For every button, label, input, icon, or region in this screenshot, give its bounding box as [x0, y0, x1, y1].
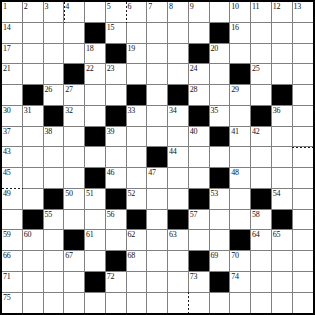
cell-r11c15[interactable] [293, 210, 314, 231]
cell-r11c8[interactable] [147, 210, 168, 231]
black-cell-r9c5 [85, 168, 106, 189]
cell-r15c8[interactable] [147, 293, 168, 314]
cell-r2c4[interactable] [64, 23, 85, 44]
cell-r2c2[interactable] [23, 23, 44, 44]
cell-r2c13[interactable] [251, 23, 272, 44]
cell-r9c2[interactable] [23, 168, 44, 189]
cell-r2c6[interactable]: 15 [106, 23, 127, 44]
clue-number: 15 [107, 23, 114, 32]
cell-r15c5[interactable] [85, 293, 106, 314]
cell-r10c5[interactable]: 51 [85, 189, 106, 210]
cell-r6c2[interactable]: 31 [23, 106, 44, 127]
cell-r7c4[interactable] [64, 127, 85, 148]
cell-r13c2[interactable] [23, 251, 44, 272]
black-cell-r14c11 [210, 272, 231, 293]
cell-r2c9[interactable] [168, 23, 189, 44]
clue-number: 42 [252, 127, 259, 136]
clue-number: 16 [231, 23, 238, 32]
cell-r3c8[interactable] [147, 44, 168, 65]
clue-number: 62 [128, 230, 135, 239]
clue-number: 71 [3, 272, 10, 281]
cell-r7c14[interactable] [272, 127, 293, 148]
black-cell-r10c13 [251, 189, 272, 210]
cell-r2c1[interactable]: 14 [2, 23, 23, 44]
cell-r11c6[interactable]: 56 [106, 210, 127, 231]
cell-r1c7[interactable]: 6 [127, 2, 148, 23]
clue-number: 13 [294, 2, 301, 11]
cell-r4c9[interactable] [168, 64, 189, 85]
clue-number: 10 [231, 2, 238, 11]
cell-r15c2[interactable] [23, 293, 44, 314]
clue-number: 8 [169, 2, 173, 11]
cell-r9c9[interactable] [168, 168, 189, 189]
cell-r12c9[interactable]: 63 [168, 230, 189, 251]
cell-r7c9[interactable] [168, 127, 189, 148]
cell-r7c13[interactable]: 42 [251, 127, 272, 148]
cell-r11c3[interactable]: 55 [44, 210, 65, 231]
cell-r4c6[interactable]: 23 [106, 64, 127, 85]
cell-r7c15[interactable] [293, 127, 314, 148]
cell-r6c1[interactable]: 30 [2, 106, 23, 127]
cell-r3c14[interactable] [272, 44, 293, 65]
cell-r11c5[interactable] [85, 210, 106, 231]
cell-r11c1[interactable] [2, 210, 23, 231]
clue-number: 32 [65, 106, 72, 115]
cell-r14c9[interactable] [168, 272, 189, 293]
cell-r3c12[interactable] [230, 44, 251, 65]
cell-r1c15[interactable]: 13 [293, 2, 314, 23]
cell-r6c4[interactable]: 32 [64, 106, 85, 127]
clue-number: 3 [45, 2, 49, 11]
cell-r14c4[interactable] [64, 272, 85, 293]
cell-r6c7[interactable]: 33 [127, 106, 148, 127]
clue-number: 50 [65, 189, 72, 198]
clue-number: 39 [107, 127, 114, 136]
cell-r2c14[interactable] [272, 23, 293, 44]
cell-r10c11[interactable]: 53 [210, 189, 231, 210]
clue-number: 33 [128, 106, 135, 115]
cell-r5c15[interactable] [293, 85, 314, 106]
black-cell-r2c11 [210, 23, 231, 44]
clue-number: 30 [3, 106, 10, 115]
cell-r5c6[interactable] [106, 85, 127, 106]
black-cell-r10c10 [189, 189, 210, 210]
cell-r4c2[interactable] [23, 64, 44, 85]
cell-r12c8[interactable] [147, 230, 168, 251]
cell-r2c12[interactable]: 16 [230, 23, 251, 44]
cell-r14c10[interactable]: 73 [189, 272, 210, 293]
cell-r14c1[interactable]: 71 [2, 272, 23, 293]
cell-r3c15[interactable] [293, 44, 314, 65]
cell-r1c11[interactable] [210, 2, 231, 23]
clue-number: 52 [128, 189, 135, 198]
cell-r1c12[interactable]: 10 [230, 2, 251, 23]
cell-r12c1[interactable]: 59 [2, 230, 23, 251]
cell-r13c14[interactable] [272, 251, 293, 272]
clue-number: 73 [190, 272, 197, 281]
cell-r1c9[interactable]: 8 [168, 2, 189, 23]
cell-r14c7[interactable] [127, 272, 148, 293]
cell-r4c5[interactable]: 22 [85, 64, 106, 85]
cell-r1c10[interactable]: 9 [189, 2, 210, 23]
cell-r1c5[interactable] [85, 2, 106, 23]
black-cell-r5c2 [23, 85, 44, 106]
cell-r10c4[interactable]: 50 [64, 189, 85, 210]
clue-number: 63 [169, 230, 176, 239]
cell-r12c6[interactable] [106, 230, 127, 251]
cell-r14c15[interactable] [293, 272, 314, 293]
black-cell-r12c12 [230, 230, 251, 251]
black-cell-r4c12 [230, 64, 251, 85]
cell-r7c1[interactable]: 37 [2, 127, 23, 148]
cell-r7c6[interactable]: 39 [106, 127, 127, 148]
clue-number: 31 [24, 106, 31, 115]
crossword-puzzle-page: 1234567891011121314151617181920212223242… [0, 0, 315, 315]
cell-r13c7[interactable]: 68 [127, 251, 148, 272]
cell-r5c12[interactable]: 29 [230, 85, 251, 106]
cell-r11c10[interactable]: 57 [189, 210, 210, 231]
cell-r8c5[interactable] [85, 147, 106, 168]
clue-number: 44 [169, 147, 176, 156]
cell-r10c12[interactable] [230, 189, 251, 210]
cell-r15c12[interactable] [230, 293, 251, 314]
cell-r14c2[interactable] [23, 272, 44, 293]
cell-r14c12[interactable]: 74 [230, 272, 251, 293]
clue-number: 2 [24, 2, 28, 11]
cell-r8c2[interactable] [23, 147, 44, 168]
black-cell-r3c6 [106, 44, 127, 65]
clue-number: 70 [231, 251, 238, 260]
cell-r10c9[interactable] [168, 189, 189, 210]
cell-r9c12[interactable]: 48 [230, 168, 251, 189]
cell-r12c7[interactable]: 62 [127, 230, 148, 251]
clue-number: 22 [86, 64, 93, 73]
clue-number: 5 [107, 2, 111, 11]
cell-r15c3[interactable] [44, 293, 65, 314]
cell-r8c12[interactable] [230, 147, 251, 168]
cell-r8c11[interactable] [210, 147, 231, 168]
clue-number: 25 [252, 64, 259, 73]
cell-r13c11[interactable]: 69 [210, 251, 231, 272]
cell-r4c10[interactable]: 24 [189, 64, 210, 85]
clue-number: 64 [252, 230, 259, 239]
black-cell-r5c9 [168, 85, 189, 106]
cell-r8c9[interactable]: 44 [168, 147, 189, 168]
cell-r13c5[interactable] [85, 251, 106, 272]
clue-number: 1 [3, 2, 7, 11]
clue-number: 58 [252, 210, 259, 219]
cell-r3c2[interactable] [23, 44, 44, 65]
cell-r9c15[interactable] [293, 168, 314, 189]
clue-number: 59 [3, 230, 10, 239]
cell-r4c3[interactable] [44, 64, 65, 85]
clue-number: 67 [65, 251, 72, 260]
cell-r2c8[interactable] [147, 23, 168, 44]
clue-number: 14 [3, 23, 10, 32]
clue-number: 51 [86, 189, 93, 198]
cell-r11c13[interactable]: 58 [251, 210, 272, 231]
dotted-border-mark-h2 [2, 188, 23, 189]
clue-number: 29 [231, 85, 238, 94]
cell-r3c13[interactable] [251, 44, 272, 65]
cell-r1c2[interactable]: 2 [23, 2, 44, 23]
clue-number: 56 [107, 210, 114, 219]
black-cell-r12c4 [64, 230, 85, 251]
cell-r8c4[interactable] [64, 147, 85, 168]
crossword-board: 1234567891011121314151617181920212223242… [0, 0, 315, 315]
clue-number: 57 [190, 210, 197, 219]
cell-r8c13[interactable] [251, 147, 272, 168]
cell-r8c3[interactable] [44, 147, 65, 168]
cell-r10c7[interactable]: 52 [127, 189, 148, 210]
cell-r12c14[interactable]: 65 [272, 230, 293, 251]
clue-number: 19 [128, 44, 135, 53]
cell-r6c11[interactable]: 35 [210, 106, 231, 127]
cell-r8c1[interactable]: 43 [2, 147, 23, 168]
cell-r15c13[interactable] [251, 293, 272, 314]
clue-number: 18 [86, 44, 93, 53]
cell-r4c15[interactable] [293, 64, 314, 85]
cell-r15c14[interactable] [272, 293, 293, 314]
cell-r6c9[interactable]: 34 [168, 106, 189, 127]
cell-r4c7[interactable] [127, 64, 148, 85]
cell-r4c8[interactable] [147, 64, 168, 85]
cell-r12c3[interactable] [44, 230, 65, 251]
clue-number: 75 [3, 293, 10, 302]
cell-r1c14[interactable]: 12 [272, 2, 293, 23]
cell-r14c14[interactable] [272, 272, 293, 293]
cell-r5c13[interactable] [251, 85, 272, 106]
black-cell-r6c3 [44, 106, 65, 127]
clue-number: 68 [128, 251, 135, 260]
cell-r13c8[interactable] [147, 251, 168, 272]
clue-number: 49 [3, 189, 10, 198]
cell-r2c10[interactable] [189, 23, 210, 44]
clue-number: 48 [231, 168, 238, 177]
cell-r9c14[interactable] [272, 168, 293, 189]
clue-number: 38 [45, 127, 52, 136]
cell-r12c11[interactable] [210, 230, 231, 251]
black-cell-r13c6 [106, 251, 127, 272]
clue-number: 40 [190, 127, 197, 136]
cell-r14c3[interactable] [44, 272, 65, 293]
cell-r7c7[interactable] [127, 127, 148, 148]
cell-r12c5[interactable]: 61 [85, 230, 106, 251]
cell-r5c8[interactable] [147, 85, 168, 106]
cell-r8c15[interactable] [293, 147, 314, 168]
cell-r2c3[interactable] [44, 23, 65, 44]
crossword-grid: 1234567891011121314151617181920212223242… [2, 2, 313, 313]
cell-r12c10[interactable] [189, 230, 210, 251]
cell-r1c1[interactable]: 1 [2, 2, 23, 23]
cell-r10c1[interactable]: 49 [2, 189, 23, 210]
dotted-border-mark-h1 [292, 147, 313, 148]
clue-number: 66 [3, 251, 10, 260]
black-cell-r9c11 [210, 168, 231, 189]
clue-number: 37 [3, 127, 10, 136]
clue-number: 43 [3, 147, 10, 156]
clue-number: 34 [169, 106, 176, 115]
cell-r5c4[interactable]: 27 [64, 85, 85, 106]
cell-r3c9[interactable] [168, 44, 189, 65]
cell-r9c10[interactable] [189, 168, 210, 189]
clue-number: 6 [128, 2, 132, 11]
cell-r13c9[interactable] [168, 251, 189, 272]
black-cell-r11c7 [127, 210, 148, 231]
cell-r9c8[interactable]: 47 [147, 168, 168, 189]
cell-r1c3[interactable]: 3 [44, 2, 65, 23]
cell-r11c4[interactable] [64, 210, 85, 231]
cell-r9c7[interactable] [127, 168, 148, 189]
dotted-border-mark-v1 [64, 2, 65, 23]
black-cell-r7c11 [210, 127, 231, 148]
clue-number: 74 [231, 272, 238, 281]
cell-r6c12[interactable] [230, 106, 251, 127]
cell-r10c2[interactable] [23, 189, 44, 210]
cell-r3c4[interactable] [64, 44, 85, 65]
cell-r5c1[interactable] [2, 85, 23, 106]
cell-r10c14[interactable]: 54 [272, 189, 293, 210]
cell-r4c14[interactable] [272, 64, 293, 85]
cell-r13c1[interactable]: 66 [2, 251, 23, 272]
cell-r3c7[interactable]: 19 [127, 44, 148, 65]
cell-r1c4[interactable]: 4 [64, 2, 85, 23]
cell-r3c3[interactable] [44, 44, 65, 65]
cell-r10c15[interactable] [293, 189, 314, 210]
cell-r6c15[interactable] [293, 106, 314, 127]
cell-r12c2[interactable]: 60 [23, 230, 44, 251]
cell-r5c10[interactable]: 28 [189, 85, 210, 106]
cell-r8c10[interactable] [189, 147, 210, 168]
clue-number: 61 [86, 230, 93, 239]
cell-r9c3[interactable] [44, 168, 65, 189]
black-cell-r14c5 [85, 272, 106, 293]
cell-r15c10[interactable] [189, 293, 210, 314]
black-cell-r8c8 [147, 147, 168, 168]
black-cell-r4c4 [64, 64, 85, 85]
cell-r10c8[interactable] [147, 189, 168, 210]
dotted-border-mark-v2 [126, 2, 127, 23]
cell-r11c11[interactable] [210, 210, 231, 231]
clue-number: 35 [211, 106, 218, 115]
cell-r4c11[interactable] [210, 64, 231, 85]
clue-number: 21 [3, 64, 10, 73]
dotted-border-mark-v3 [188, 292, 189, 313]
cell-r13c13[interactable] [251, 251, 272, 272]
clue-number: 47 [148, 168, 155, 177]
cell-r12c15[interactable] [293, 230, 314, 251]
cell-r15c9[interactable] [168, 293, 189, 314]
cell-r13c3[interactable] [44, 251, 65, 272]
cell-r9c4[interactable] [64, 168, 85, 189]
cell-r14c13[interactable] [251, 272, 272, 293]
cell-r9c13[interactable] [251, 168, 272, 189]
cell-r3c11[interactable]: 20 [210, 44, 231, 65]
black-cell-r6c6 [106, 106, 127, 127]
cell-r7c3[interactable]: 38 [44, 127, 65, 148]
clue-number: 4 [65, 2, 69, 11]
black-cell-r10c3 [44, 189, 65, 210]
clue-number: 23 [107, 64, 114, 73]
cell-r5c5[interactable] [85, 85, 106, 106]
clue-number: 24 [190, 64, 197, 73]
cell-r13c4[interactable]: 67 [64, 251, 85, 272]
clue-number: 26 [45, 85, 52, 94]
clue-number: 46 [107, 168, 114, 177]
cell-r15c11[interactable] [210, 293, 231, 314]
black-cell-r10c6 [106, 189, 127, 210]
cell-r7c12[interactable]: 41 [230, 127, 251, 148]
cell-r6c14[interactable]: 36 [272, 106, 293, 127]
cell-r15c6[interactable] [106, 293, 127, 314]
cell-r2c15[interactable] [293, 23, 314, 44]
black-cell-r11c2 [23, 210, 44, 231]
cell-r9c6[interactable]: 46 [106, 168, 127, 189]
cell-r7c2[interactable] [23, 127, 44, 148]
cell-r15c7[interactable] [127, 293, 148, 314]
cell-r1c8[interactable]: 7 [147, 2, 168, 23]
cell-r12c13[interactable]: 64 [251, 230, 272, 251]
clue-number: 11 [252, 2, 259, 11]
black-cell-r5c7 [127, 85, 148, 106]
clue-number: 17 [3, 44, 10, 53]
clue-number: 65 [273, 230, 280, 239]
cell-r1c6[interactable]: 5 [106, 2, 127, 23]
clue-number: 72 [107, 272, 114, 281]
cell-r6c8[interactable] [147, 106, 168, 127]
cell-r14c6[interactable]: 72 [106, 272, 127, 293]
clue-number: 27 [65, 85, 72, 94]
cell-r15c1[interactable]: 75 [2, 293, 23, 314]
cell-r5c3[interactable]: 26 [44, 85, 65, 106]
clue-number: 7 [148, 2, 152, 11]
cell-r15c4[interactable] [64, 293, 85, 314]
cell-r15c15[interactable] [293, 293, 314, 314]
clue-number: 55 [45, 210, 52, 219]
cell-r9c1[interactable]: 45 [2, 168, 23, 189]
clue-number: 20 [211, 44, 218, 53]
cell-r2c7[interactable] [127, 23, 148, 44]
cell-r3c1[interactable]: 17 [2, 44, 23, 65]
cell-r13c15[interactable] [293, 251, 314, 272]
black-cell-r6c10 [189, 106, 210, 127]
cell-r1c13[interactable]: 11 [251, 2, 272, 23]
cell-r7c8[interactable] [147, 127, 168, 148]
black-cell-r3c10 [189, 44, 210, 65]
cell-r7c10[interactable]: 40 [189, 127, 210, 148]
black-cell-r7c5 [85, 127, 106, 148]
clue-number: 12 [273, 2, 280, 11]
clue-number: 54 [273, 189, 280, 198]
cell-r8c7[interactable] [127, 147, 148, 168]
cell-r14c8[interactable] [147, 272, 168, 293]
black-cell-r11c14 [272, 210, 293, 231]
cell-r4c13[interactable]: 25 [251, 64, 272, 85]
cell-r3c5[interactable]: 18 [85, 44, 106, 65]
black-cell-r5c14 [272, 85, 293, 106]
cell-r6c5[interactable] [85, 106, 106, 127]
clue-number: 28 [190, 85, 197, 94]
cell-r4c1[interactable]: 21 [2, 64, 23, 85]
cell-r11c12[interactable] [230, 210, 251, 231]
black-cell-r13c10 [189, 251, 210, 272]
clue-number: 36 [273, 106, 280, 115]
cell-r13c12[interactable]: 70 [230, 251, 251, 272]
cell-r8c14[interactable] [272, 147, 293, 168]
clue-number: 60 [24, 230, 31, 239]
cell-r5c11[interactable] [210, 85, 231, 106]
cell-r8c6[interactable] [106, 147, 127, 168]
